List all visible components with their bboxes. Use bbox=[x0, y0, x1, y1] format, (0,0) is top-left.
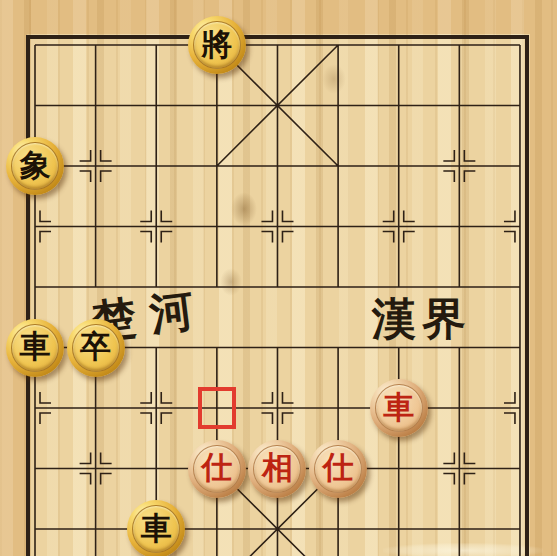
piece-black-chariot-b[interactable]: 車 bbox=[127, 500, 185, 556]
piece-face: 車 bbox=[11, 324, 59, 372]
piece-grid: 將象車卒車仕相仕車 bbox=[5, 15, 551, 556]
piece-face: 相 bbox=[253, 445, 301, 493]
xiangqi-board[interactable]: 楚河 漢界 將象車卒車仕相仕車 bbox=[0, 0, 557, 556]
piece-glyph: 仕 bbox=[201, 452, 232, 483]
last-move-marker bbox=[198, 387, 236, 429]
piece-glyph: 將 bbox=[201, 29, 232, 60]
piece-red-advisor-left[interactable]: 仕 bbox=[188, 440, 246, 498]
piece-black-general[interactable]: 將 bbox=[188, 16, 246, 74]
piece-glyph: 仕 bbox=[323, 452, 354, 483]
piece-face: 象 bbox=[11, 142, 59, 190]
piece-face: 仕 bbox=[314, 445, 362, 493]
piece-glyph: 車 bbox=[19, 331, 50, 362]
piece-face: 卒 bbox=[72, 324, 120, 372]
piece-face: 車 bbox=[132, 505, 180, 553]
piece-face: 車 bbox=[375, 384, 423, 432]
piece-glyph: 車 bbox=[141, 513, 172, 544]
piece-black-elephant[interactable]: 象 bbox=[6, 137, 64, 195]
piece-glyph: 車 bbox=[383, 392, 414, 423]
piece-glyph: 象 bbox=[19, 150, 50, 181]
piece-black-soldier[interactable]: 卒 bbox=[67, 319, 125, 377]
piece-red-elephant[interactable]: 相 bbox=[248, 440, 306, 498]
piece-glyph: 相 bbox=[262, 452, 293, 483]
piece-glyph: 卒 bbox=[80, 331, 111, 362]
piece-black-chariot-a[interactable]: 車 bbox=[6, 319, 64, 377]
piece-red-chariot[interactable]: 車 bbox=[370, 379, 428, 437]
piece-red-advisor-right[interactable]: 仕 bbox=[309, 440, 367, 498]
piece-face: 將 bbox=[193, 21, 241, 69]
piece-face: 仕 bbox=[193, 445, 241, 493]
